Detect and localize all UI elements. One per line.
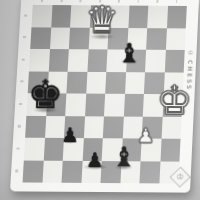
black-pawn-icon: ♟ <box>86 151 104 169</box>
black-bishop-f2[interactable]: ♝ <box>112 145 136 170</box>
white-pawn-icon: ♟ <box>137 127 155 145</box>
black-pawn-d2[interactable]: ♟ <box>78 145 112 170</box>
white-king-icon: ♚ <box>157 82 193 119</box>
white-king-h5[interactable]: ♚ <box>157 77 193 114</box>
black-pawn-b3[interactable]: ♟ <box>61 126 79 144</box>
black-bishop-icon: ♝ <box>117 42 141 67</box>
photo-background: ♛♝♚♚♟♟♟♝ ♔ CHESS ♔ <box>0 0 200 200</box>
chess-mat: ♛♝♚♚♟♟♟♝ ♔ CHESS ♔ <box>10 0 199 193</box>
white-pawn-g3[interactable]: ♟ <box>137 127 155 145</box>
white-queen-icon: ♛ <box>85 3 119 37</box>
black-bishop-f7[interactable]: ♝ <box>117 40 141 65</box>
chess-board: ♛♝♚♚♟♟♟♝ <box>23 5 187 184</box>
black-king-a5[interactable]: ♚ <box>27 77 63 114</box>
black-bishop-icon: ♝ <box>112 145 136 170</box>
black-pawn-icon: ♟ <box>61 126 79 144</box>
pieces-layer: ♛♝♚♚♟♟♟♝ <box>23 5 187 184</box>
white-queen-d8[interactable]: ♛ <box>85 5 119 39</box>
brand-crown-icon: ♔ <box>187 50 194 57</box>
black-king-icon: ♚ <box>27 77 63 114</box>
